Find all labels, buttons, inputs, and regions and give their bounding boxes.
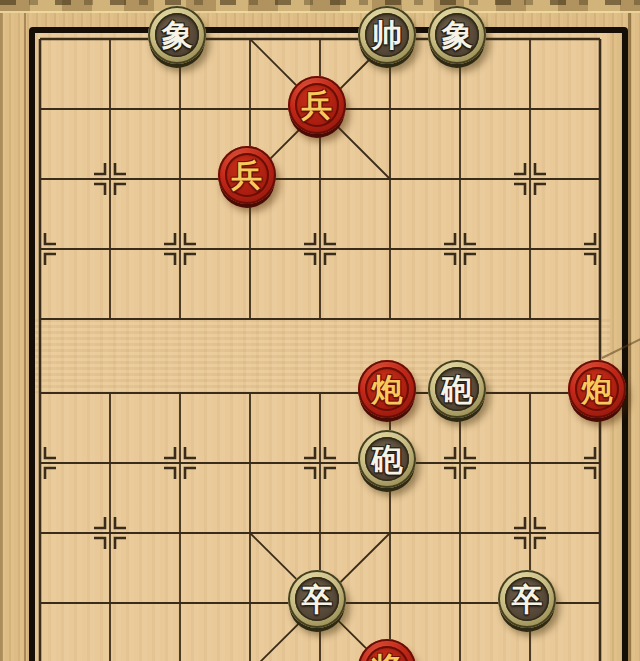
piece-black-elephant[interactable]: 象 [148,6,206,64]
piece-black-cannon[interactable]: 砲 [358,430,416,488]
piece-character: 兵 [302,90,333,121]
piece-character: 兵 [232,160,263,191]
piece-character: 象 [442,20,473,51]
piece-red-general[interactable]: 将 [358,639,416,661]
piece-red-cannon[interactable]: 炮 [568,360,626,418]
piece-character: 卒 [302,584,333,615]
piece-black-general[interactable]: 帅 [358,6,416,64]
piece-red-cannon[interactable]: 炮 [358,360,416,418]
piece-character: 象 [162,20,193,51]
piece-black-cannon[interactable]: 砲 [428,360,486,418]
piece-red-soldier[interactable]: 兵 [218,146,276,204]
piece-red-soldier[interactable]: 兵 [288,76,346,134]
piece-character: 砲 [372,444,403,475]
piece-character: 炮 [372,374,403,405]
piece-character: 将 [372,653,403,661]
piece-character: 卒 [512,584,543,615]
piece-character: 帅 [372,20,403,51]
piece-black-soldier[interactable]: 卒 [498,570,556,628]
piece-black-elephant[interactable]: 象 [428,6,486,64]
pieces-layer: 象帅象兵兵炮砲炮砲卒卒将 [0,0,640,661]
piece-character: 炮 [582,374,613,405]
xiangqi-board[interactable]: 象帅象兵兵炮砲炮砲卒卒将 [0,0,640,661]
piece-character: 砲 [442,374,473,405]
piece-black-soldier[interactable]: 卒 [288,570,346,628]
